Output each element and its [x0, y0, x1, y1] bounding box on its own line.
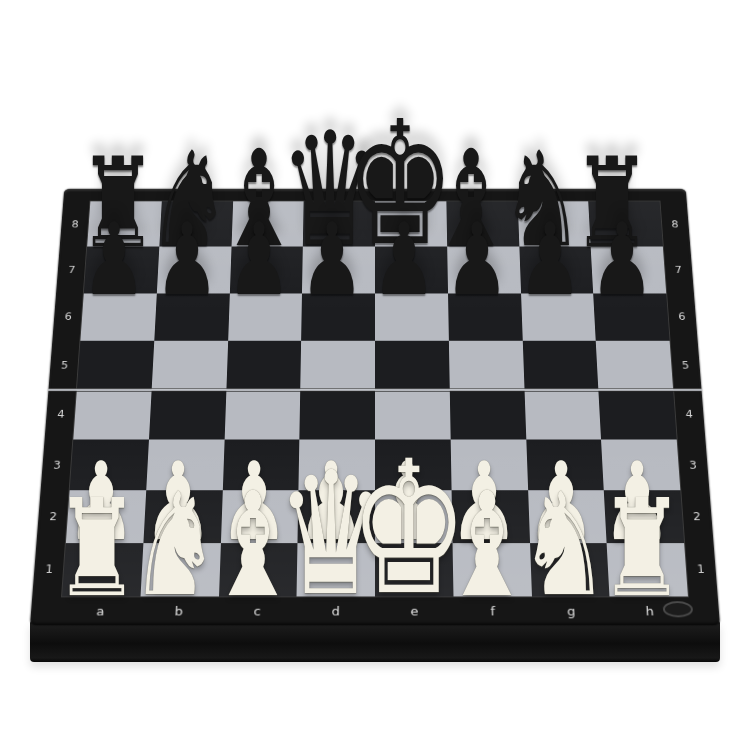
square-b6 — [154, 293, 229, 341]
file-label-b: b — [139, 596, 219, 625]
rank-label-left-6: 6 — [52, 293, 83, 341]
square-h7 — [591, 247, 666, 293]
file-label-g: g — [531, 596, 611, 625]
rank-label-left-1: 1 — [32, 543, 66, 597]
file-label-e: e — [375, 596, 454, 625]
square-g6 — [521, 293, 596, 341]
square-d3 — [299, 439, 375, 490]
square-g2 — [528, 490, 607, 542]
square-d2 — [298, 490, 375, 542]
board-squares-grid — [62, 201, 688, 596]
square-b4 — [149, 390, 226, 440]
rank-label-right-5: 5 — [670, 341, 702, 390]
square-g5 — [522, 341, 598, 390]
file-label-d: d — [296, 596, 375, 625]
square-b2 — [143, 490, 222, 542]
square-e2 — [375, 490, 452, 542]
square-h6 — [593, 293, 669, 341]
board-box-front-side — [30, 621, 720, 662]
file-label-a: a — [60, 596, 140, 625]
file-label-c: c — [218, 596, 297, 625]
board-fold-hinge-line — [48, 388, 701, 391]
square-f6 — [448, 293, 523, 341]
square-f2 — [451, 490, 529, 542]
square-c1 — [219, 543, 298, 597]
square-f1 — [452, 543, 531, 597]
square-f7 — [447, 247, 521, 293]
rank-label-right-6: 6 — [666, 293, 697, 341]
square-b1 — [140, 543, 220, 597]
square-a6 — [80, 293, 156, 341]
square-e8 — [375, 201, 447, 246]
square-f5 — [449, 341, 524, 390]
square-h1 — [607, 543, 688, 597]
rank-label-left-5: 5 — [49, 341, 81, 390]
square-b3 — [146, 439, 224, 490]
rank-label-right-8: 8 — [660, 201, 691, 246]
square-e7 — [375, 247, 448, 293]
square-a8 — [87, 201, 161, 246]
rank-label-right-4: 4 — [673, 390, 705, 440]
square-a5 — [77, 341, 154, 390]
square-b7 — [157, 247, 231, 293]
square-f4 — [450, 390, 526, 440]
product-photo-chess-set: 87654321 87654321 abcdefgh ♜♞♝♛♚♝♞♜♟♟♟♟♟… — [0, 0, 750, 750]
square-e4 — [375, 390, 450, 440]
square-e3 — [375, 439, 451, 490]
rank-label-left-8: 8 — [60, 201, 91, 246]
square-a7 — [84, 247, 159, 293]
square-g8 — [517, 201, 591, 246]
rank-label-left-3: 3 — [41, 439, 74, 490]
square-c4 — [224, 390, 300, 440]
square-h8 — [588, 201, 662, 246]
square-d7 — [302, 247, 375, 293]
rank-label-left-4: 4 — [45, 390, 77, 440]
square-c8 — [231, 201, 304, 246]
square-g7 — [519, 247, 593, 293]
square-e1 — [375, 543, 453, 597]
square-c7 — [229, 247, 303, 293]
square-g4 — [524, 390, 601, 440]
rank-label-left-2: 2 — [36, 490, 69, 542]
latch-clasp — [662, 601, 693, 617]
file-labels-bottom: abcdefgh — [60, 596, 690, 625]
square-g1 — [530, 543, 610, 597]
square-g3 — [526, 439, 604, 490]
square-h5 — [596, 341, 673, 390]
square-f3 — [450, 439, 527, 490]
square-c2 — [220, 490, 298, 542]
rank-label-right-7: 7 — [663, 247, 694, 293]
square-d5 — [300, 341, 375, 390]
square-c3 — [222, 439, 299, 490]
square-d6 — [301, 293, 375, 341]
square-f8 — [446, 201, 519, 246]
square-e5 — [375, 341, 450, 390]
rank-label-right-1: 1 — [684, 543, 718, 597]
square-h2 — [604, 490, 684, 542]
square-b5 — [151, 341, 227, 390]
chess-board: 87654321 87654321 abcdefgh — [30, 189, 720, 625]
square-d1 — [297, 543, 375, 597]
square-a3 — [70, 439, 149, 490]
rank-label-left-7: 7 — [56, 247, 87, 293]
rank-label-right-3: 3 — [677, 439, 710, 490]
square-a4 — [73, 390, 151, 440]
square-e6 — [375, 293, 449, 341]
square-d8 — [303, 201, 375, 246]
square-b8 — [159, 201, 233, 246]
square-h4 — [599, 390, 677, 440]
square-c6 — [228, 293, 303, 341]
square-a2 — [66, 490, 146, 542]
square-d4 — [300, 390, 375, 440]
square-c5 — [226, 341, 301, 390]
file-label-f: f — [453, 596, 532, 625]
board-frame: 87654321 87654321 abcdefgh — [30, 189, 720, 625]
rank-label-right-2: 2 — [680, 490, 713, 542]
square-h3 — [601, 439, 680, 490]
square-a1 — [62, 543, 143, 597]
